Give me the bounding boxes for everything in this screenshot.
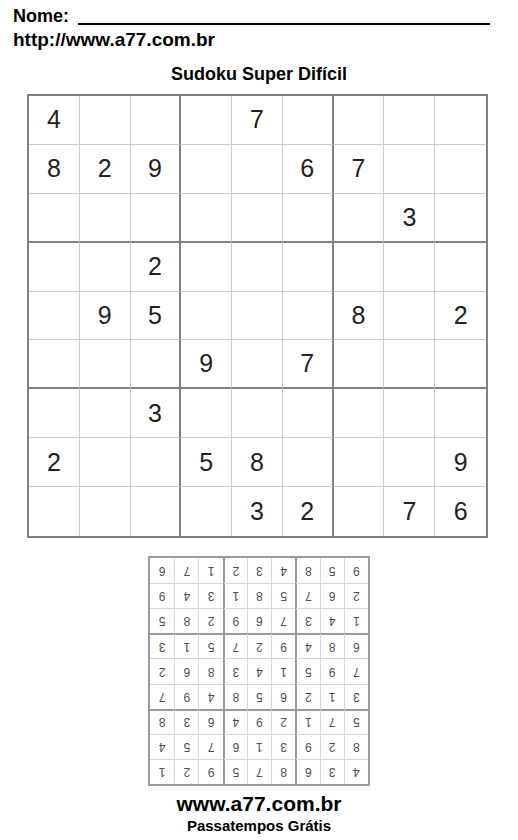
solution-cell-r9c5: 3 <box>247 558 271 583</box>
sudoku-cell-r2c9 <box>435 145 486 194</box>
sudoku-cell-r7c7 <box>334 389 385 438</box>
sudoku-cell-r5c7: 8 <box>334 292 385 341</box>
sudoku-cell-r1c8 <box>384 96 435 145</box>
sudoku-cell-r4c3: 2 <box>131 243 182 292</box>
solution-cell-r1c1: 4 <box>344 759 368 784</box>
solution-cell-r1c9: 1 <box>150 759 174 784</box>
sudoku-cell-r6c1 <box>29 340 80 389</box>
sudoku-cell-r1c3 <box>131 96 182 145</box>
solution-cell-r7c6: 9 <box>223 608 247 633</box>
solution-cell-r3c3: 1 <box>295 709 319 734</box>
sudoku-cell-r9c3 <box>131 487 182 536</box>
solution-cell-r8c7: 3 <box>198 583 222 608</box>
solution-cell-r2c6: 6 <box>223 734 247 759</box>
footer-site: www.a77.com.br <box>0 792 518 816</box>
solution-cell-r3c7: 6 <box>198 709 222 734</box>
sudoku-cell-r9c8: 7 <box>384 487 435 536</box>
sudoku-cell-r6c3 <box>131 340 182 389</box>
solution-cell-r1c6: 5 <box>223 759 247 784</box>
solution-cell-r1c5: 7 <box>247 759 271 784</box>
sudoku-cell-r2c4 <box>181 145 232 194</box>
sudoku-cell-r1c2 <box>80 96 131 145</box>
sudoku-cell-r3c7 <box>334 194 385 243</box>
sudoku-cell-r8c7 <box>334 438 385 487</box>
sudoku-cell-r6c8 <box>384 340 435 389</box>
sudoku-cell-r7c2 <box>80 389 131 438</box>
sudoku-cell-r4c1 <box>29 243 80 292</box>
sudoku-cell-r7c1 <box>29 389 80 438</box>
solution-cell-r2c3: 9 <box>295 734 319 759</box>
solution-cell-r6c6: 7 <box>223 633 247 658</box>
sudoku-cell-r3c1 <box>29 194 80 243</box>
solution-cell-r3c5: 9 <box>247 709 271 734</box>
sudoku-cell-r2c6: 6 <box>283 145 334 194</box>
solution-cell-r5c9: 2 <box>150 658 174 683</box>
sudoku-cell-r4c9 <box>435 243 486 292</box>
solution-cell-r3c8: 3 <box>174 709 198 734</box>
solution-cell-r4c4: 6 <box>271 684 295 709</box>
sudoku-cell-r3c9 <box>435 194 486 243</box>
sudoku-cell-r2c1: 8 <box>29 145 80 194</box>
page-title: Sudoku Super Difícil <box>0 64 518 85</box>
solution-cell-r9c4: 4 <box>271 558 295 583</box>
sudoku-cell-r8c1: 2 <box>29 438 80 487</box>
solution-cell-r6c3: 4 <box>295 633 319 658</box>
solution-grid: 4368759218293167545712946383126584977951… <box>148 556 370 786</box>
solution-cell-r6c2: 8 <box>320 633 344 658</box>
sudoku-cell-r8c2 <box>80 438 131 487</box>
solution-cell-r6c9: 3 <box>150 633 174 658</box>
solution-cell-r2c8: 5 <box>174 734 198 759</box>
sudoku-cell-r4c4 <box>181 243 232 292</box>
sudoku-cell-r3c5 <box>232 194 283 243</box>
solution-cell-r9c3: 8 <box>295 558 319 583</box>
sudoku-cell-r6c6: 7 <box>283 340 334 389</box>
solution-cell-r7c7: 2 <box>198 608 222 633</box>
solution-cell-r2c2: 2 <box>320 734 344 759</box>
name-row: Nome: <box>13 6 490 28</box>
solution-cell-r8c2: 6 <box>320 583 344 608</box>
sudoku-cell-r1c9 <box>435 96 486 145</box>
sudoku-cell-r7c9 <box>435 389 486 438</box>
solution-cell-r2c9: 4 <box>150 734 174 759</box>
sudoku-cell-r4c8 <box>384 243 435 292</box>
solution-cell-r5c3: 5 <box>295 658 319 683</box>
solution-cell-r4c5: 5 <box>247 684 271 709</box>
sudoku-cell-r8c9: 9 <box>435 438 486 487</box>
solution-cell-r3c6: 4 <box>223 709 247 734</box>
solution-cell-r5c7: 8 <box>198 658 222 683</box>
solution-cell-r3c4: 2 <box>271 709 295 734</box>
solution-cell-r6c7: 5 <box>198 633 222 658</box>
sudoku-cell-r2c5 <box>232 145 283 194</box>
name-label: Nome: <box>13 6 69 26</box>
sudoku-cell-r5c3: 5 <box>131 292 182 341</box>
solution-cell-r7c1: 1 <box>344 608 368 633</box>
solution-cell-r7c3: 3 <box>295 608 319 633</box>
sudoku-cell-r7c8 <box>384 389 435 438</box>
sudoku-cell-r7c3: 3 <box>131 389 182 438</box>
sudoku-cell-r4c6 <box>283 243 334 292</box>
solution-cell-r8c4: 5 <box>271 583 295 608</box>
sudoku-cell-r8c3 <box>131 438 182 487</box>
solution-cell-r8c9: 9 <box>150 583 174 608</box>
solution-cell-r6c1: 6 <box>344 633 368 658</box>
solution-cell-r8c1: 2 <box>344 583 368 608</box>
solution-cell-r2c4: 3 <box>271 734 295 759</box>
solution-cell-r7c5: 6 <box>247 608 271 633</box>
sudoku-cell-r5c4 <box>181 292 232 341</box>
solution-cell-r5c4: 1 <box>271 658 295 683</box>
solution-cell-r9c2: 5 <box>320 558 344 583</box>
solution-cell-r4c3: 2 <box>295 684 319 709</box>
solution-cell-r3c1: 5 <box>344 709 368 734</box>
solution-cell-r1c4: 8 <box>271 759 295 784</box>
solution-cell-r9c1: 9 <box>344 558 368 583</box>
sudoku-cell-r2c2: 2 <box>80 145 131 194</box>
sudoku-cell-r8c4: 5 <box>181 438 232 487</box>
solution-cell-r8c5: 8 <box>247 583 271 608</box>
sudoku-cell-r2c7: 7 <box>334 145 385 194</box>
sudoku-cell-r6c5 <box>232 340 283 389</box>
sudoku-cell-r5c1 <box>29 292 80 341</box>
solution-cell-r5c2: 9 <box>320 658 344 683</box>
solution-cell-r2c7: 7 <box>198 734 222 759</box>
sudoku-cell-r9c1 <box>29 487 80 536</box>
sudoku-cell-r6c2 <box>80 340 131 389</box>
sudoku-cell-r3c8: 3 <box>384 194 435 243</box>
sudoku-cell-r5c8 <box>384 292 435 341</box>
sudoku-cell-r1c6 <box>283 96 334 145</box>
sudoku-cell-r1c7 <box>334 96 385 145</box>
solution-cell-r6c4: 9 <box>271 633 295 658</box>
solution-cell-r2c5: 1 <box>247 734 271 759</box>
solution-cell-r1c7: 9 <box>198 759 222 784</box>
sudoku-cell-r1c1: 4 <box>29 96 80 145</box>
sudoku-cell-r9c9: 6 <box>435 487 486 536</box>
solution-cell-r5c5: 4 <box>247 658 271 683</box>
solution-cell-r6c5: 2 <box>247 633 271 658</box>
sudoku-cell-r9c2 <box>80 487 131 536</box>
solution-cell-r8c8: 4 <box>174 583 198 608</box>
site-url: http://www.a77.com.br <box>13 29 215 51</box>
sudoku-cell-r5c5 <box>232 292 283 341</box>
solution-cell-r8c3: 7 <box>295 583 319 608</box>
sudoku-cell-r4c2 <box>80 243 131 292</box>
sudoku-cell-r5c6 <box>283 292 334 341</box>
solution-cell-r7c4: 7 <box>271 608 295 633</box>
solution-cell-r9c6: 2 <box>223 558 247 583</box>
sudoku-cell-r5c9: 2 <box>435 292 486 341</box>
solution-cell-r9c7: 1 <box>198 558 222 583</box>
sudoku-cell-r3c3 <box>131 194 182 243</box>
name-underline <box>78 23 490 25</box>
sudoku-cell-r3c6 <box>283 194 334 243</box>
solution-cell-r9c8: 7 <box>174 558 198 583</box>
sudoku-cell-r3c2 <box>80 194 131 243</box>
sudoku-cell-r9c7 <box>334 487 385 536</box>
solution-cell-r8c6: 1 <box>223 583 247 608</box>
solution-cell-r4c2: 1 <box>320 684 344 709</box>
sudoku-cell-r7c4 <box>181 389 232 438</box>
solution-cell-r7c8: 8 <box>174 608 198 633</box>
sudoku-cell-r8c5: 8 <box>232 438 283 487</box>
solution-cell-r4c7: 4 <box>198 684 222 709</box>
solution-cell-r6c8: 1 <box>174 633 198 658</box>
solution-cell-r1c8: 2 <box>174 759 198 784</box>
sudoku-cell-r2c8 <box>384 145 435 194</box>
sudoku-cell-r5c2: 9 <box>80 292 131 341</box>
sudoku-cell-r8c8 <box>384 438 435 487</box>
footer-tagline: Passatempos Grátis <box>0 817 518 834</box>
sudoku-cell-r6c4: 9 <box>181 340 232 389</box>
solution-cell-r5c1: 7 <box>344 658 368 683</box>
solution-cell-r5c8: 6 <box>174 658 198 683</box>
sudoku-grid: 478296732958297325893276 <box>27 94 488 538</box>
solution-cell-r4c8: 9 <box>174 684 198 709</box>
sudoku-cell-r8c6 <box>283 438 334 487</box>
worksheet-page: Nome: http://www.a77.com.br Sudoku Super… <box>0 0 518 840</box>
sudoku-cell-r7c5 <box>232 389 283 438</box>
solution-cell-r2c1: 8 <box>344 734 368 759</box>
sudoku-cell-r9c4 <box>181 487 232 536</box>
sudoku-cell-r4c5 <box>232 243 283 292</box>
sudoku-cell-r3c4 <box>181 194 232 243</box>
solution-cell-r7c2: 4 <box>320 608 344 633</box>
sudoku-cell-r9c5: 3 <box>232 487 283 536</box>
solution-cell-r1c3: 6 <box>295 759 319 784</box>
solution-cell-r4c1: 3 <box>344 684 368 709</box>
sudoku-cell-r6c9 <box>435 340 486 389</box>
sudoku-cell-r9c6: 2 <box>283 487 334 536</box>
sudoku-cell-r1c4 <box>181 96 232 145</box>
sudoku-cell-r2c3: 9 <box>131 145 182 194</box>
sudoku-cell-r7c6 <box>283 389 334 438</box>
solution-cell-r5c6: 3 <box>223 658 247 683</box>
solution-cell-r4c6: 8 <box>223 684 247 709</box>
solution-cell-r9c9: 6 <box>150 558 174 583</box>
solution-cell-r3c2: 7 <box>320 709 344 734</box>
sudoku-cell-r1c5: 7 <box>232 96 283 145</box>
solution-cell-r7c9: 5 <box>150 608 174 633</box>
sudoku-cell-r4c7 <box>334 243 385 292</box>
solution-cell-r3c9: 8 <box>150 709 174 734</box>
solution-cell-r4c9: 7 <box>150 684 174 709</box>
sudoku-cell-r6c7 <box>334 340 385 389</box>
solution-cell-r1c2: 3 <box>320 759 344 784</box>
